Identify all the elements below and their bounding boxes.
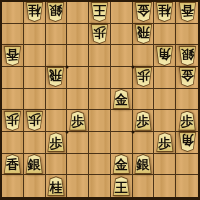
piece-tile: 飛	[134, 24, 153, 44]
piece-kanji: 歩	[137, 70, 150, 83]
piece-kanji: 飛	[137, 26, 150, 39]
piece-gote-knight[interactable]: 桂	[25, 2, 44, 22]
star-point	[131, 66, 134, 69]
piece-face: 歩	[26, 112, 43, 130]
square-3b[interactable]: 飛	[133, 24, 155, 46]
piece-kanji: 香	[6, 48, 19, 61]
piece-kanji: 香	[181, 5, 194, 18]
square-2f[interactable]	[154, 110, 176, 132]
piece-tile: 銀	[46, 2, 65, 22]
piece-tile: 歩	[155, 132, 174, 152]
piece-sente-silver[interactable]: 銀	[134, 154, 153, 174]
piece-gote-pawn[interactable]: 歩	[134, 67, 153, 87]
square-7b[interactable]	[46, 24, 68, 46]
square-2b[interactable]	[154, 24, 176, 46]
square-9i[interactable]	[2, 175, 24, 197]
piece-face: 歩	[91, 25, 108, 43]
piece-tile: 角	[155, 46, 174, 66]
piece-gote-silver[interactable]: 銀	[46, 2, 65, 22]
piece-face: 銀	[135, 155, 152, 173]
square-7c[interactable]	[46, 45, 68, 67]
piece-sente-knight[interactable]: 桂	[46, 176, 65, 196]
piece-kanji: 歩	[158, 137, 171, 150]
piece-face: 金	[113, 90, 130, 108]
square-6f[interactable]: 歩	[67, 110, 89, 132]
square-6e[interactable]	[67, 89, 89, 111]
square-9b[interactable]	[2, 24, 24, 46]
piece-sente-king[interactable]: 王	[112, 176, 131, 196]
piece-tile: 金	[134, 2, 153, 22]
square-8h[interactable]: 銀	[24, 154, 46, 176]
piece-kanji: 桂	[28, 5, 41, 18]
square-2c[interactable]: 角	[154, 45, 176, 67]
piece-kanji: 歩	[137, 115, 150, 128]
piece-face: 金	[113, 155, 130, 173]
piece-face: 銀	[26, 155, 43, 173]
square-3a[interactable]: 金	[133, 2, 155, 24]
square-8i[interactable]	[24, 175, 46, 197]
piece-tile: 桂	[25, 2, 44, 22]
square-2d[interactable]	[154, 67, 176, 89]
piece-gote-king[interactable]: 王	[90, 2, 109, 22]
piece-tile: 歩	[178, 111, 197, 131]
piece-gote-bishop[interactable]: 角	[155, 46, 174, 66]
piece-face: 銀	[47, 3, 64, 21]
square-4b[interactable]	[111, 24, 133, 46]
piece-sente-gold[interactable]: 金	[112, 89, 131, 109]
square-5h[interactable]	[89, 154, 111, 176]
piece-gote-rook[interactable]: 飛	[46, 67, 65, 87]
square-6d[interactable]	[67, 67, 89, 89]
star-point	[66, 66, 69, 69]
piece-gote-lance[interactable]: 香	[178, 2, 197, 22]
square-2a[interactable]: 桂	[154, 2, 176, 24]
piece-tile: 歩	[134, 111, 153, 131]
piece-gote-gold[interactable]: 金	[178, 67, 197, 87]
piece-tile: 香	[178, 2, 197, 22]
piece-tile: 桂	[46, 176, 65, 196]
square-1d[interactable]: 金	[176, 67, 198, 89]
star-point	[66, 131, 69, 134]
square-3g[interactable]	[133, 132, 155, 154]
piece-kanji: 銀	[181, 48, 194, 61]
piece-kanji: 金	[181, 70, 194, 83]
piece-tile: 王	[112, 176, 131, 196]
square-9e[interactable]	[2, 89, 24, 111]
piece-gote-lance[interactable]: 香	[3, 46, 22, 66]
piece-kanji: 金	[137, 5, 150, 18]
piece-tile: 香	[3, 154, 22, 174]
square-9a[interactable]	[2, 2, 24, 24]
piece-tile: 歩	[46, 132, 65, 152]
piece-kanji: 金	[115, 158, 128, 171]
piece-sente-pawn[interactable]: 歩	[178, 111, 197, 131]
square-8c[interactable]	[24, 45, 46, 67]
piece-sente-lance[interactable]: 香	[3, 154, 22, 174]
piece-kanji: 角	[181, 135, 194, 148]
square-5a[interactable]: 王	[89, 2, 111, 24]
piece-tile: 歩	[3, 111, 22, 131]
piece-sente-silver[interactable]: 銀	[25, 154, 44, 174]
piece-face: 角	[156, 47, 173, 65]
piece-kanji: 歩	[93, 26, 106, 39]
piece-gote-rook[interactable]: 飛	[134, 24, 153, 44]
square-5d[interactable]	[89, 67, 111, 89]
piece-tile: 飛	[46, 67, 65, 87]
square-2g[interactable]: 歩	[154, 132, 176, 154]
piece-tile: 歩	[134, 67, 153, 87]
piece-tile: 王	[90, 2, 109, 22]
square-4a[interactable]	[111, 2, 133, 24]
square-1e[interactable]	[176, 89, 198, 111]
square-5g[interactable]	[89, 132, 111, 154]
piece-tile: 歩	[25, 111, 44, 131]
square-5e[interactable]	[89, 89, 111, 111]
square-9h[interactable]: 香	[2, 154, 24, 176]
piece-face: 桂	[47, 177, 64, 195]
piece-face: 香	[179, 3, 196, 21]
piece-kanji: 歩	[49, 137, 62, 150]
square-6a[interactable]	[67, 2, 89, 24]
piece-gote-pawn[interactable]: 歩	[90, 24, 109, 44]
piece-gote-gold[interactable]: 金	[134, 2, 153, 22]
piece-face: 香	[4, 155, 21, 173]
piece-kanji: 桂	[49, 181, 62, 194]
square-8g[interactable]	[24, 132, 46, 154]
piece-kanji: 歩	[6, 113, 19, 126]
square-6h[interactable]	[67, 154, 89, 176]
piece-face: 飛	[47, 68, 64, 86]
square-7a[interactable]: 銀	[46, 2, 68, 24]
square-5f[interactable]	[89, 110, 111, 132]
piece-kanji: 金	[115, 93, 128, 106]
square-4f[interactable]	[111, 110, 133, 132]
square-3e[interactable]	[133, 89, 155, 111]
square-2h[interactable]	[154, 154, 176, 176]
piece-tile: 銀	[134, 154, 153, 174]
piece-gote-knight[interactable]: 桂	[155, 2, 174, 22]
piece-kanji: 銀	[49, 5, 62, 18]
piece-tile: 銀	[178, 46, 197, 66]
square-9c[interactable]: 香	[2, 45, 24, 67]
piece-sente-gold[interactable]: 金	[112, 154, 131, 174]
piece-face: 歩	[4, 112, 21, 130]
piece-tile: 金	[178, 67, 197, 87]
piece-tile: 銀	[25, 154, 44, 174]
square-3h[interactable]: 銀	[133, 154, 155, 176]
square-2e[interactable]	[154, 89, 176, 111]
square-6b[interactable]	[67, 24, 89, 46]
square-5c[interactable]	[89, 45, 111, 67]
piece-tile: 金	[112, 154, 131, 174]
square-4d[interactable]	[111, 67, 133, 89]
piece-face: 歩	[69, 112, 86, 130]
piece-face: 歩	[135, 112, 152, 130]
piece-tile: 歩	[68, 111, 87, 131]
piece-kanji: 歩	[28, 113, 41, 126]
square-4g[interactable]	[111, 132, 133, 154]
square-7h[interactable]	[46, 154, 68, 176]
square-2i[interactable]	[154, 175, 176, 197]
square-1c[interactable]: 銀	[176, 45, 198, 67]
square-1b[interactable]	[176, 24, 198, 46]
square-7e[interactable]	[46, 89, 68, 111]
square-6i[interactable]	[67, 175, 89, 197]
square-3i[interactable]	[133, 175, 155, 197]
square-3c[interactable]	[133, 45, 155, 67]
square-7d[interactable]: 飛	[46, 67, 68, 89]
square-8d[interactable]	[24, 67, 46, 89]
piece-kanji: 桂	[158, 5, 171, 18]
piece-face: 桂	[26, 3, 43, 21]
piece-face: 香	[4, 47, 21, 65]
piece-kanji: 香	[6, 158, 19, 171]
square-3d[interactable]: 歩	[133, 67, 155, 89]
square-9f[interactable]: 歩	[2, 110, 24, 132]
piece-kanji: 王	[93, 5, 106, 18]
piece-sente-pawn[interactable]: 歩	[155, 132, 174, 152]
square-1a[interactable]: 香	[176, 2, 198, 24]
piece-gote-silver[interactable]: 銀	[178, 46, 197, 66]
square-4e[interactable]: 金	[111, 89, 133, 111]
square-6g[interactable]	[67, 132, 89, 154]
square-4i[interactable]: 王	[111, 175, 133, 197]
piece-kanji: 王	[115, 181, 128, 194]
square-3f[interactable]: 歩	[133, 110, 155, 132]
square-9d[interactable]	[2, 67, 24, 89]
piece-face: 王	[113, 177, 130, 195]
square-5i[interactable]	[89, 175, 111, 197]
piece-tile: 歩	[90, 24, 109, 44]
square-9g[interactable]	[2, 132, 24, 154]
piece-kanji: 歩	[181, 115, 194, 128]
piece-face: 王	[91, 3, 108, 21]
piece-face: 歩	[47, 133, 64, 151]
square-7f[interactable]	[46, 110, 68, 132]
square-5b[interactable]: 歩	[89, 24, 111, 46]
square-1h[interactable]	[176, 154, 198, 176]
piece-sente-pawn[interactable]: 歩	[134, 111, 153, 131]
piece-tile: 角	[178, 132, 197, 152]
square-7i[interactable]: 桂	[46, 175, 68, 197]
piece-kanji: 銀	[28, 158, 41, 171]
piece-face: 歩	[156, 133, 173, 151]
piece-tile: 金	[112, 89, 131, 109]
star-point	[131, 131, 134, 134]
piece-kanji: 飛	[49, 70, 62, 83]
piece-gote-pawn[interactable]: 歩	[25, 111, 44, 131]
piece-tile: 香	[3, 46, 22, 66]
piece-face: 金	[135, 3, 152, 21]
piece-face: 歩	[179, 112, 196, 130]
square-8b[interactable]	[24, 24, 46, 46]
square-1g[interactable]: 角	[176, 132, 198, 154]
piece-face: 歩	[135, 68, 152, 86]
piece-sente-pawn[interactable]: 歩	[46, 132, 65, 152]
piece-kanji: 銀	[137, 158, 150, 171]
piece-kanji: 歩	[71, 115, 84, 128]
piece-face: 金	[179, 68, 196, 86]
shogi-app: 桂銀王金桂香歩飛香角銀飛歩金金歩歩歩歩歩歩歩角香銀金銀桂王	[0, 0, 200, 200]
piece-face: 桂	[156, 3, 173, 21]
piece-face: 角	[179, 133, 196, 151]
piece-kanji: 角	[158, 48, 171, 61]
square-8e[interactable]	[24, 89, 46, 111]
square-4c[interactable]	[111, 45, 133, 67]
piece-sente-pawn[interactable]: 歩	[68, 111, 87, 131]
shogi-board: 桂銀王金桂香歩飛香角銀飛歩金金歩歩歩歩歩歩歩角香銀金銀桂王	[0, 0, 200, 200]
square-1f[interactable]: 歩	[176, 110, 198, 132]
square-8f[interactable]: 歩	[24, 110, 46, 132]
square-6c[interactable]	[67, 45, 89, 67]
piece-gote-bishop[interactable]: 角	[178, 132, 197, 152]
square-7g[interactable]: 歩	[46, 132, 68, 154]
piece-face: 飛	[135, 25, 152, 43]
square-4h[interactable]: 金	[111, 154, 133, 176]
piece-gote-pawn[interactable]: 歩	[3, 111, 22, 131]
square-1i[interactable]	[176, 175, 198, 197]
piece-face: 銀	[179, 47, 196, 65]
square-8a[interactable]: 桂	[24, 2, 46, 24]
piece-tile: 桂	[155, 2, 174, 22]
